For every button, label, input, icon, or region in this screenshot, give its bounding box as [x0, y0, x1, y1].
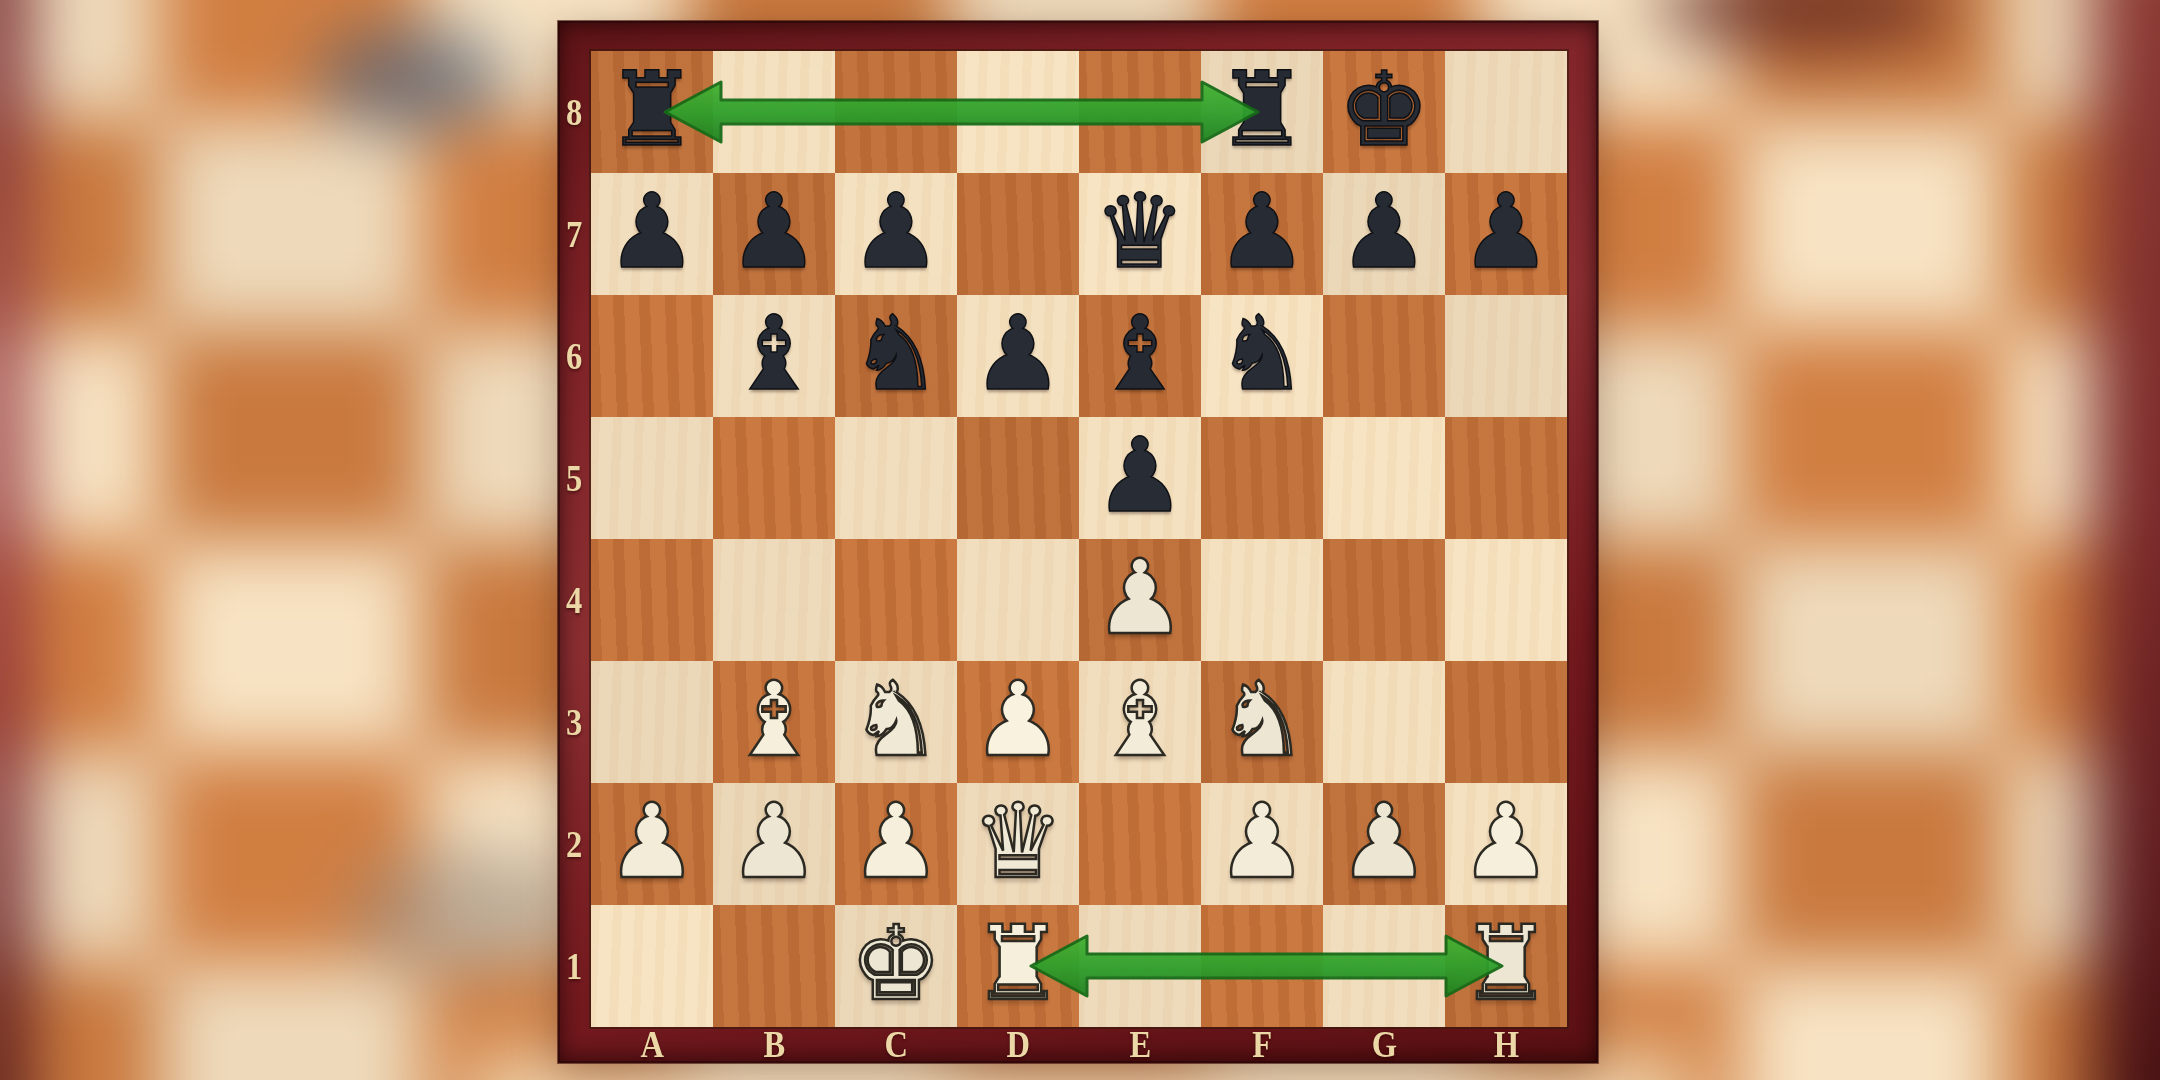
piece-white-queen: ♛	[972, 780, 1064, 902]
file-label-text: G	[1371, 1023, 1396, 1066]
rank-label-5: 5	[558, 417, 591, 539]
square-h8	[1445, 51, 1567, 173]
rank-label-8: 8	[558, 51, 591, 173]
square-a4	[591, 539, 713, 661]
piece-black-bishop: ♝	[728, 292, 820, 414]
square-f4	[1201, 539, 1323, 661]
piece-white-knight: ♞	[1216, 658, 1308, 780]
piece-black-knight: ♞	[850, 292, 942, 414]
piece-white-pawn: ♟	[1094, 536, 1186, 658]
square-c5	[835, 417, 957, 539]
square-c3: ♞	[835, 661, 957, 783]
square-h5	[1445, 417, 1567, 539]
square-d5	[957, 417, 1079, 539]
square-h1: ♜	[1445, 905, 1567, 1027]
square-f3: ♞	[1201, 661, 1323, 783]
piece-black-bishop: ♝	[1094, 292, 1186, 414]
file-label-a: A	[591, 1025, 713, 1063]
square-f8: ♜	[1201, 51, 1323, 173]
square-a3	[591, 661, 713, 783]
file-label-b: B	[713, 1025, 835, 1063]
square-d8	[957, 51, 1079, 173]
piece-white-rook: ♜	[972, 902, 1064, 1024]
piece-black-rook: ♜	[606, 48, 698, 170]
piece-white-pawn: ♟	[850, 780, 942, 902]
piece-white-pawn: ♟	[1216, 780, 1308, 902]
square-c4	[835, 539, 957, 661]
square-h6	[1445, 295, 1567, 417]
background-cell	[1739, 752, 2002, 963]
background-maroon-strip-left	[0, 0, 27, 1080]
square-c7: ♟	[835, 173, 957, 295]
piece-black-pawn: ♟	[1338, 170, 1430, 292]
square-e7: ♛	[1079, 173, 1201, 295]
file-label-text: A	[640, 1023, 664, 1066]
file-label-text: B	[763, 1023, 785, 1066]
square-b1	[713, 905, 835, 1027]
rank-label-2: 2	[558, 783, 591, 905]
square-b2: ♟	[713, 783, 835, 905]
square-f1	[1201, 905, 1323, 1027]
piece-black-queen: ♛	[1094, 170, 1186, 292]
rank-label-text: 4	[566, 579, 582, 622]
rank-label-4: 4	[558, 539, 591, 661]
square-g2: ♟	[1323, 783, 1445, 905]
rank-label-6: 6	[558, 295, 591, 417]
square-b3: ♝	[713, 661, 835, 783]
file-label-f: F	[1201, 1025, 1323, 1063]
piece-black-pawn: ♟	[1216, 170, 1308, 292]
square-g6	[1323, 295, 1445, 417]
square-h2: ♟	[1445, 783, 1567, 905]
square-a6	[591, 295, 713, 417]
piece-black-pawn: ♟	[606, 170, 698, 292]
chess-board: ♜♜♚♟♟♟♛♟♟♟♝♞♟♝♞♟♟♝♞♟♝♞♟♟♟♛♟♟♟♚♜♜ 8765432…	[558, 21, 1598, 1063]
square-e1	[1079, 905, 1201, 1027]
square-f7: ♟	[1201, 173, 1323, 295]
background-blob	[346, 846, 581, 979]
square-h4	[1445, 539, 1567, 661]
piece-black-pawn: ♟	[1094, 414, 1186, 536]
square-h7: ♟	[1445, 173, 1567, 295]
rank-label-text: 6	[566, 335, 582, 378]
square-e3: ♝	[1079, 661, 1201, 783]
square-b6: ♝	[713, 295, 835, 417]
square-a2: ♟	[591, 783, 713, 905]
piece-white-pawn: ♟	[1460, 780, 1552, 902]
square-h3	[1445, 661, 1567, 783]
rank-label-1: 1	[558, 905, 591, 1027]
rank-label-text: 7	[566, 213, 582, 256]
piece-white-rook: ♜	[1460, 902, 1552, 1024]
piece-white-pawn: ♟	[728, 780, 820, 902]
square-f5	[1201, 417, 1323, 539]
square-g8: ♚	[1323, 51, 1445, 173]
background-maroon-strip-right	[2092, 0, 2160, 1080]
square-d7	[957, 173, 1079, 295]
square-g7: ♟	[1323, 173, 1445, 295]
square-a8: ♜	[591, 51, 713, 173]
file-label-text: H	[1493, 1023, 1518, 1066]
piece-black-pawn: ♟	[972, 292, 1064, 414]
file-label-text: D	[1006, 1023, 1030, 1066]
board-grid: ♜♜♚♟♟♟♛♟♟♟♝♞♟♝♞♟♟♝♞♟♝♞♟♟♟♛♟♟♟♚♜♜	[591, 51, 1567, 1027]
rank-label-text: 8	[566, 91, 582, 134]
square-c8	[835, 51, 957, 173]
square-d4	[957, 539, 1079, 661]
piece-white-pawn: ♟	[972, 658, 1064, 780]
background-cell	[160, 330, 423, 541]
background-cell	[160, 963, 423, 1080]
rank-label-text: 1	[566, 945, 582, 988]
square-f6: ♞	[1201, 295, 1323, 417]
background-cell	[1739, 330, 2002, 541]
piece-black-knight: ♞	[1216, 292, 1308, 414]
square-b5	[713, 417, 835, 539]
square-b4	[713, 539, 835, 661]
piece-white-bishop: ♝	[728, 658, 820, 780]
square-c1: ♚	[835, 905, 957, 1027]
square-d1: ♜	[957, 905, 1079, 1027]
piece-white-pawn: ♟	[1338, 780, 1430, 902]
piece-black-pawn: ♟	[850, 170, 942, 292]
piece-white-bishop: ♝	[1094, 658, 1186, 780]
square-e8	[1079, 51, 1201, 173]
square-d2: ♛	[957, 783, 1079, 905]
square-e4: ♟	[1079, 539, 1201, 661]
square-e5: ♟	[1079, 417, 1201, 539]
square-e2	[1079, 783, 1201, 905]
rank-label-text: 5	[566, 457, 582, 500]
background-cell	[1739, 541, 2002, 752]
piece-white-pawn: ♟	[606, 780, 698, 902]
square-g4	[1323, 539, 1445, 661]
square-d6: ♟	[957, 295, 1079, 417]
file-label-c: C	[835, 1025, 957, 1063]
piece-white-king: ♚	[850, 902, 942, 1024]
piece-black-rook: ♜	[1216, 48, 1308, 170]
file-label-d: D	[957, 1025, 1079, 1063]
scene: ♜♜♚♟♟♟♛♟♟♟♝♞♟♝♞♟♟♝♞♟♝♞♟♟♟♛♟♟♟♚♜♜ 8765432…	[0, 0, 2160, 1080]
rank-label-7: 7	[558, 173, 591, 295]
rank-label-text: 2	[566, 823, 582, 866]
square-d3: ♟	[957, 661, 1079, 783]
background-cell	[160, 541, 423, 752]
square-a7: ♟	[591, 173, 713, 295]
piece-black-pawn: ♟	[1460, 170, 1552, 292]
square-g5	[1323, 417, 1445, 539]
square-b7: ♟	[713, 173, 835, 295]
file-label-e: E	[1079, 1025, 1201, 1063]
file-label-g: G	[1323, 1025, 1445, 1063]
square-g3	[1323, 661, 1445, 783]
file-label-text: C	[884, 1023, 908, 1066]
piece-black-pawn: ♟	[728, 170, 820, 292]
file-label-h: H	[1445, 1025, 1567, 1063]
square-f2: ♟	[1201, 783, 1323, 905]
piece-black-king: ♚	[1338, 48, 1430, 170]
square-a1	[591, 905, 713, 1027]
file-label-text: F	[1252, 1023, 1272, 1066]
square-c2: ♟	[835, 783, 957, 905]
square-c6: ♞	[835, 295, 957, 417]
background-cell	[1739, 963, 2002, 1080]
piece-white-knight: ♞	[850, 658, 942, 780]
square-a5	[591, 417, 713, 539]
square-e6: ♝	[1079, 295, 1201, 417]
rank-label-text: 3	[566, 701, 582, 744]
file-label-text: E	[1129, 1023, 1151, 1066]
background-cell	[160, 119, 423, 330]
square-g1	[1323, 905, 1445, 1027]
rank-label-3: 3	[558, 661, 591, 783]
background-cell	[1739, 119, 2002, 330]
square-b8	[713, 51, 835, 173]
background-blob	[315, 25, 509, 132]
